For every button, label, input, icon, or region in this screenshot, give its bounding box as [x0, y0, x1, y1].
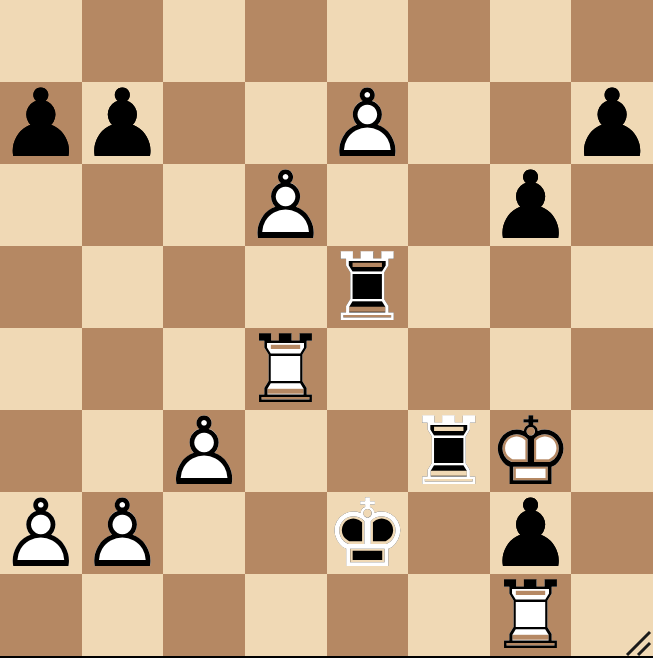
square-f5[interactable]: [408, 246, 490, 328]
resize-grip-icon[interactable]: [623, 630, 653, 656]
square-b6[interactable]: [82, 164, 164, 246]
square-d3[interactable]: [245, 410, 327, 492]
piece-black-pawn-g6[interactable]: [490, 164, 572, 246]
piece-white-pawn-e7[interactable]: [327, 82, 409, 164]
piece-black-pawn-h7[interactable]: [571, 82, 653, 164]
square-e7[interactable]: [327, 82, 409, 164]
piece-white-rook-g1[interactable]: [490, 574, 572, 656]
piece-black-pawn-b7[interactable]: [82, 82, 164, 164]
square-g6[interactable]: [490, 164, 572, 246]
square-b2[interactable]: [82, 492, 164, 574]
square-h5[interactable]: [571, 246, 653, 328]
piece-white-pawn-d6[interactable]: [245, 164, 327, 246]
square-d4[interactable]: [245, 328, 327, 410]
square-b1[interactable]: [82, 574, 164, 656]
square-a6[interactable]: [0, 164, 82, 246]
square-a1[interactable]: [0, 574, 82, 656]
piece-white-rook-d4[interactable]: [245, 328, 327, 410]
square-c8[interactable]: [163, 0, 245, 82]
square-c1[interactable]: [163, 574, 245, 656]
square-e1[interactable]: [327, 574, 409, 656]
square-h2[interactable]: [571, 492, 653, 574]
square-f2[interactable]: [408, 492, 490, 574]
square-g5[interactable]: [490, 246, 572, 328]
square-c2[interactable]: [163, 492, 245, 574]
square-f6[interactable]: [408, 164, 490, 246]
square-e4[interactable]: [327, 328, 409, 410]
piece-black-king-e2[interactable]: [327, 492, 409, 574]
square-c5[interactable]: [163, 246, 245, 328]
square-f3[interactable]: [408, 410, 490, 492]
square-c6[interactable]: [163, 164, 245, 246]
piece-black-pawn-a7[interactable]: [0, 82, 82, 164]
square-d6[interactable]: [245, 164, 327, 246]
square-h3[interactable]: [571, 410, 653, 492]
square-h4[interactable]: [571, 328, 653, 410]
square-e5[interactable]: [327, 246, 409, 328]
square-c7[interactable]: [163, 82, 245, 164]
square-e2[interactable]: [327, 492, 409, 574]
square-b5[interactable]: [82, 246, 164, 328]
square-g8[interactable]: [490, 0, 572, 82]
chess-board-window: [0, 0, 653, 658]
square-d1[interactable]: [245, 574, 327, 656]
piece-white-pawn-b2[interactable]: [82, 492, 164, 574]
square-f7[interactable]: [408, 82, 490, 164]
square-h7[interactable]: [571, 82, 653, 164]
square-a5[interactable]: [0, 246, 82, 328]
square-a4[interactable]: [0, 328, 82, 410]
square-d2[interactable]: [245, 492, 327, 574]
square-b7[interactable]: [82, 82, 164, 164]
piece-black-rook-e5[interactable]: [327, 246, 409, 328]
square-b4[interactable]: [82, 328, 164, 410]
piece-white-pawn-a2[interactable]: [0, 492, 82, 574]
piece-white-pawn-c3[interactable]: [163, 410, 245, 492]
square-a7[interactable]: [0, 82, 82, 164]
square-f8[interactable]: [408, 0, 490, 82]
square-a2[interactable]: [0, 492, 82, 574]
square-h6[interactable]: [571, 164, 653, 246]
square-g1[interactable]: [490, 574, 572, 656]
piece-black-rook-f3[interactable]: [408, 410, 490, 492]
square-c3[interactable]: [163, 410, 245, 492]
square-d8[interactable]: [245, 0, 327, 82]
chess-board: [0, 0, 653, 656]
square-f1[interactable]: [408, 574, 490, 656]
